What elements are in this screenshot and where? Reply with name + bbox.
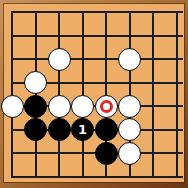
grid-line-horizontal [11, 58, 183, 60]
red-circle-mark-icon [100, 100, 113, 113]
white-stone [71, 95, 94, 118]
grid-line-horizontal [11, 35, 183, 37]
black-stone [95, 142, 118, 165]
black-stone [48, 118, 71, 141]
black-stone: 1 [71, 118, 94, 141]
white-stone [95, 95, 118, 118]
white-stone [1, 95, 24, 118]
black-stone [24, 95, 47, 118]
black-stone [95, 118, 118, 141]
go-board-diagram: 1 [0, 0, 188, 188]
white-stone [48, 48, 71, 71]
move-number-label: 1 [78, 123, 87, 136]
white-stone [118, 48, 141, 71]
white-stone [24, 71, 47, 94]
white-stone [48, 95, 71, 118]
white-stone [118, 142, 141, 165]
grid-line-horizontal [11, 176, 183, 178]
grid-line-horizontal [11, 11, 183, 13]
white-stone [118, 95, 141, 118]
white-stone [118, 118, 141, 141]
black-stone [24, 118, 47, 141]
grid-line-vertical [176, 11, 178, 178]
